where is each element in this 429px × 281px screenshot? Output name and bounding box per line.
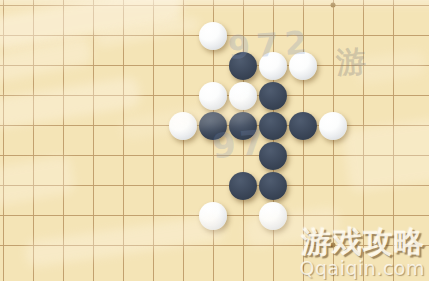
star-point bbox=[331, 3, 336, 8]
black-stone[interactable] bbox=[229, 52, 257, 80]
white-stone[interactable] bbox=[289, 52, 317, 80]
goban-board[interactable] bbox=[0, 0, 429, 281]
white-stone[interactable] bbox=[199, 82, 227, 110]
star-point bbox=[331, 243, 336, 248]
screenshot-root: 972 游 97 游戏攻略 Qqaiqin.com bbox=[0, 0, 429, 281]
white-stone[interactable] bbox=[199, 202, 227, 230]
white-stone[interactable] bbox=[199, 22, 227, 50]
black-stone[interactable] bbox=[289, 112, 317, 140]
black-stone[interactable] bbox=[199, 112, 227, 140]
black-stone[interactable] bbox=[259, 142, 287, 170]
black-stone[interactable] bbox=[229, 172, 257, 200]
white-stone[interactable] bbox=[319, 112, 347, 140]
white-stone[interactable] bbox=[169, 112, 197, 140]
black-stone[interactable] bbox=[229, 112, 257, 140]
white-stone[interactable] bbox=[229, 82, 257, 110]
black-stone[interactable] bbox=[259, 112, 287, 140]
black-stone[interactable] bbox=[259, 172, 287, 200]
black-stone[interactable] bbox=[259, 82, 287, 110]
white-stone[interactable] bbox=[259, 52, 287, 80]
white-stone[interactable] bbox=[259, 202, 287, 230]
